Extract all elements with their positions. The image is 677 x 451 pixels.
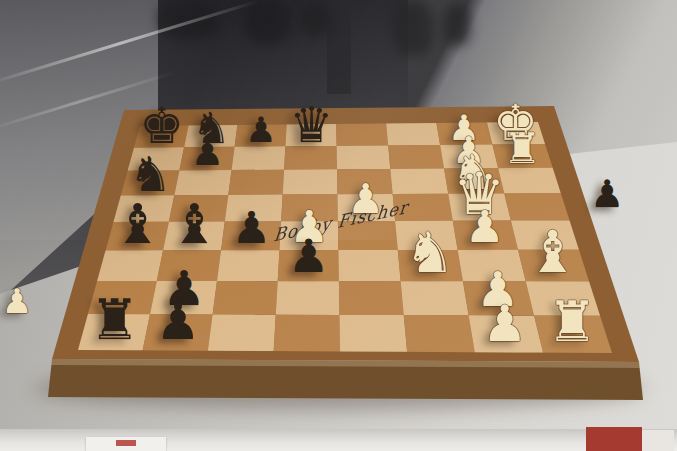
museum-chess-display: Bobby Fischer ♜♝♞♚♟♟♝♟♞♟♟♟♟♛♟♞♟♟♟♛♞♟♟♜♝♜… [0, 0, 677, 451]
shelf-red-box [586, 427, 642, 451]
shelf-white-box [642, 430, 674, 451]
board-lighting [78, 122, 612, 353]
lower-shelf [0, 429, 677, 451]
shelf-red-label [116, 440, 136, 446]
